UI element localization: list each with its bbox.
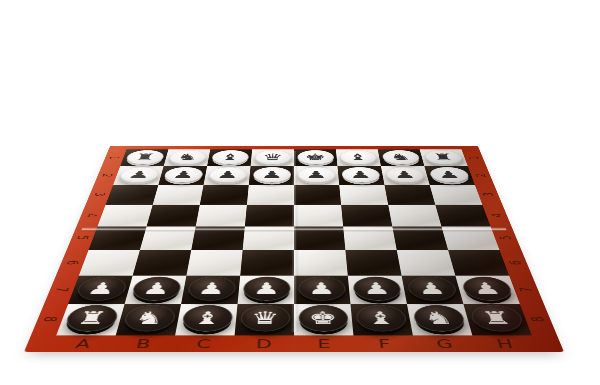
file-label-e: E (294, 336, 355, 352)
black-rook[interactable]: ♜ (468, 305, 526, 331)
rank-digit: 5 (497, 236, 515, 240)
chess-mat-photo: ♜♞♝♛♚♝♞♜♟♟♟♟♟♟♟♟♟♟♟♟♟♟♟♟♜♞♝♛♚♝♞♜ ABCDEFG… (0, 0, 600, 385)
black-bishop[interactable]: ♝ (180, 305, 233, 331)
rank-digit: 1 (466, 156, 481, 159)
white-knight[interactable]: ♞ (381, 150, 421, 164)
black-queen[interactable]: ♛ (239, 305, 290, 331)
square-g3[interactable] (384, 185, 435, 205)
square-a5[interactable] (89, 226, 147, 250)
file-labels: ABCDEFGH (50, 336, 538, 352)
square-e1[interactable]: ♚ (294, 149, 337, 166)
white-bishop[interactable]: ♝ (211, 150, 249, 164)
piece-symbol: ♟ (470, 281, 503, 297)
piece-symbol: ♞ (389, 152, 413, 161)
black-pawn[interactable]: ♟ (298, 277, 346, 301)
square-a6[interactable] (79, 250, 140, 276)
square-a3[interactable] (106, 185, 159, 205)
piece-symbol: ♝ (219, 152, 242, 161)
white-rook[interactable]: ♜ (124, 150, 165, 164)
piece-symbol: ♟ (349, 170, 373, 180)
piece-symbol: ♚ (308, 310, 338, 327)
white-pawn[interactable]: ♟ (117, 167, 160, 183)
square-d1[interactable]: ♛ (251, 149, 294, 166)
white-pawn[interactable]: ♟ (252, 167, 290, 183)
rank-digit: 4 (488, 213, 505, 217)
piece-symbol: ♟ (393, 170, 418, 180)
rank-digit: 7 (516, 287, 536, 292)
piece-symbol: ♞ (422, 310, 455, 327)
piece-symbol: ♟ (416, 281, 447, 297)
square-c3[interactable] (200, 185, 249, 205)
square-b1[interactable]: ♞ (164, 149, 211, 166)
square-h5[interactable] (441, 226, 499, 250)
square-g5[interactable] (392, 226, 448, 250)
piece-symbol: ♟ (362, 281, 392, 297)
piece-symbol: ♟ (305, 170, 328, 180)
square-c5[interactable] (191, 226, 245, 250)
white-pawn[interactable]: ♟ (297, 167, 335, 183)
black-pawn[interactable]: ♟ (74, 277, 129, 301)
rank-digit: 6 (506, 260, 525, 265)
square-b5[interactable] (140, 226, 196, 250)
rank-digit: 8 (527, 317, 548, 323)
black-king[interactable]: ♚ (298, 305, 349, 331)
square-g8[interactable]: ♞ (407, 304, 472, 335)
white-pawn[interactable]: ♟ (162, 167, 203, 183)
black-pawn[interactable]: ♟ (242, 277, 290, 301)
file-label-a: A (50, 336, 116, 352)
black-pawn[interactable]: ♟ (186, 277, 236, 301)
file-label-b: B (111, 336, 175, 352)
rank-digit: 2 (473, 174, 489, 177)
white-pawn[interactable]: ♟ (341, 167, 381, 183)
square-a7[interactable]: ♟ (68, 276, 133, 304)
square-e8[interactable]: ♚ (294, 304, 353, 335)
black-pawn[interactable]: ♟ (130, 277, 183, 301)
file-label-d: D (233, 336, 294, 352)
square-c2[interactable]: ♟ (204, 166, 251, 184)
black-knight[interactable]: ♞ (411, 305, 467, 331)
rank-digit: 6 (63, 260, 82, 265)
rank-digit: 3 (91, 193, 108, 197)
square-b7[interactable]: ♟ (125, 276, 187, 304)
square-c4[interactable] (196, 205, 247, 227)
square-g6[interactable] (397, 250, 456, 276)
piece-symbol: ♜ (133, 152, 157, 161)
square-g2[interactable]: ♟ (381, 166, 430, 184)
chess-board[interactable]: ♜♞♝♛♚♝♞♜♟♟♟♟♟♟♟♟♟♟♟♟♟♟♟♟♜♞♝♛♚♝♞♜ (56, 149, 531, 335)
piece-symbol: ♟ (196, 281, 226, 297)
piece-symbol: ♝ (347, 152, 370, 161)
piece-symbol: ♟ (85, 281, 118, 297)
rank-digit: 3 (480, 193, 497, 197)
square-e7[interactable]: ♟ (294, 276, 350, 304)
square-e3[interactable] (294, 185, 341, 205)
square-b6[interactable] (133, 250, 192, 276)
square-f4[interactable] (341, 205, 392, 227)
square-c7[interactable]: ♟ (181, 276, 240, 304)
square-g7[interactable]: ♟ (402, 276, 464, 304)
square-e6[interactable] (294, 250, 348, 276)
rank-digit: 7 (52, 287, 72, 292)
file-label-c: C (172, 336, 235, 352)
piece-symbol: ♜ (74, 310, 109, 327)
piece-symbol: ♟ (141, 281, 172, 297)
piece-symbol: ♚ (305, 152, 327, 161)
piece-symbol: ♜ (431, 152, 455, 161)
square-f7[interactable]: ♟ (348, 276, 407, 304)
square-d8[interactable]: ♛ (235, 304, 294, 335)
rank-digit: 5 (73, 236, 91, 240)
piece-symbol: ♟ (216, 170, 240, 180)
square-g1[interactable]: ♞ (378, 149, 425, 166)
square-d5[interactable] (243, 226, 294, 250)
white-king[interactable]: ♚ (297, 150, 334, 164)
square-a4[interactable] (97, 205, 152, 227)
square-e2[interactable]: ♟ (294, 166, 339, 184)
square-b4[interactable] (147, 205, 200, 227)
square-e5[interactable] (294, 226, 345, 250)
square-h2[interactable]: ♟ (424, 166, 474, 184)
piece-symbol: ♛ (250, 310, 280, 327)
piece-symbol: ♟ (126, 170, 151, 180)
piece-symbol: ♝ (365, 310, 396, 327)
piece-symbol: ♞ (176, 152, 200, 161)
piece-symbol: ♛ (262, 152, 284, 161)
square-c6[interactable] (186, 250, 242, 276)
white-pawn[interactable]: ♟ (384, 167, 425, 183)
piece-symbol: ♞ (133, 310, 166, 327)
square-d7[interactable]: ♟ (238, 276, 294, 304)
square-h4[interactable] (435, 205, 490, 227)
square-a2[interactable]: ♟ (113, 166, 163, 184)
piece-symbol: ♝ (191, 310, 222, 327)
file-label-f: F (353, 336, 416, 352)
square-f3[interactable] (339, 185, 388, 205)
square-d4[interactable] (245, 205, 294, 227)
black-pawn[interactable]: ♟ (406, 277, 459, 301)
piece-symbol: ♟ (252, 281, 280, 297)
rank-digit: 4 (83, 213, 100, 217)
piece-symbol: ♟ (308, 281, 336, 297)
square-f2[interactable]: ♟ (337, 166, 384, 184)
square-f5[interactable] (343, 226, 397, 250)
file-label-g: G (413, 336, 477, 352)
black-bishop[interactable]: ♝ (355, 305, 408, 331)
square-f1[interactable]: ♝ (336, 149, 381, 166)
rank-digit: 8 (39, 317, 60, 323)
square-g4[interactable] (388, 205, 441, 227)
white-rook[interactable]: ♜ (423, 150, 464, 164)
square-h3[interactable] (430, 185, 483, 205)
square-c8[interactable]: ♝ (175, 304, 237, 335)
white-bishop[interactable]: ♝ (339, 150, 377, 164)
piece-symbol: ♟ (260, 170, 283, 180)
white-pawn[interactable]: ♟ (207, 167, 247, 183)
black-knight[interactable]: ♞ (121, 305, 177, 331)
square-a8[interactable]: ♜ (56, 304, 124, 335)
white-queen[interactable]: ♛ (254, 150, 291, 164)
square-h1[interactable]: ♜ (420, 149, 468, 166)
square-b8[interactable]: ♞ (116, 304, 181, 335)
square-f8[interactable]: ♝ (350, 304, 412, 335)
white-pawn[interactable]: ♟ (428, 167, 471, 183)
square-f6[interactable] (345, 250, 401, 276)
black-rook[interactable]: ♜ (62, 305, 120, 331)
black-pawn[interactable]: ♟ (460, 277, 515, 301)
white-knight[interactable]: ♞ (167, 150, 207, 164)
square-d3[interactable] (247, 185, 294, 205)
piece-symbol: ♜ (479, 310, 514, 327)
square-e4[interactable] (294, 205, 343, 227)
rank-digit: 2 (99, 174, 115, 177)
roll-up-chess-mat: ♜♞♝♛♚♝♞♜♟♟♟♟♟♟♟♟♟♟♟♟♟♟♟♟♜♞♝♛♚♝♞♜ ABCDEFG… (24, 146, 564, 352)
rank-digit: 1 (107, 156, 122, 159)
square-b3[interactable] (153, 185, 204, 205)
piece-symbol: ♟ (436, 170, 461, 180)
square-c1[interactable]: ♝ (207, 149, 252, 166)
black-pawn[interactable]: ♟ (352, 277, 402, 301)
piece-symbol: ♟ (171, 170, 196, 180)
file-label-h: H (472, 336, 538, 352)
square-b2[interactable]: ♟ (158, 166, 207, 184)
square-d2[interactable]: ♟ (249, 166, 294, 184)
square-a1[interactable]: ♜ (120, 149, 168, 166)
square-d6[interactable] (240, 250, 294, 276)
